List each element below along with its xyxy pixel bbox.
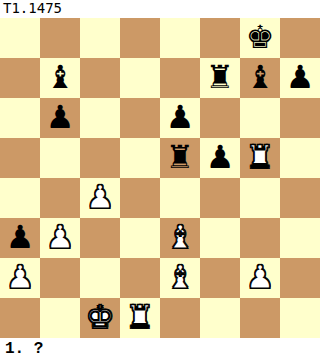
square-g8[interactable]: ♚: [240, 18, 280, 58]
square-e1[interactable]: [160, 298, 200, 338]
square-c7[interactable]: [80, 58, 120, 98]
square-g3[interactable]: [240, 218, 280, 258]
piece-black-bishop[interactable]: ♝: [246, 58, 275, 97]
piece-black-pawn[interactable]: ♟: [206, 138, 235, 177]
piece-black-bishop[interactable]: ♝: [46, 58, 75, 97]
square-h1[interactable]: [280, 298, 320, 338]
puzzle-title: T1.1475: [0, 0, 320, 18]
square-c1[interactable]: ♚: [80, 298, 120, 338]
square-h2[interactable]: [280, 258, 320, 298]
square-f2[interactable]: [200, 258, 240, 298]
piece-black-pawn[interactable]: ♟: [46, 98, 75, 137]
piece-white-bishop[interactable]: ♝: [166, 218, 195, 257]
square-a4[interactable]: [0, 178, 40, 218]
square-d4[interactable]: [120, 178, 160, 218]
square-g6[interactable]: [240, 98, 280, 138]
square-g7[interactable]: ♝: [240, 58, 280, 98]
square-e4[interactable]: [160, 178, 200, 218]
chess-puzzle-page: T1.1475 ♚♝♜♝♟♟♟♜♟♜♟♟♟♝♟♝♟♚♜ 1. ?: [0, 0, 320, 360]
square-a5[interactable]: [0, 138, 40, 178]
chess-board: ♚♝♜♝♟♟♟♜♟♜♟♟♟♝♟♝♟♚♜: [0, 18, 320, 338]
piece-black-king[interactable]: ♚: [246, 18, 275, 57]
square-b6[interactable]: ♟: [40, 98, 80, 138]
square-b4[interactable]: [40, 178, 80, 218]
square-d1[interactable]: ♜: [120, 298, 160, 338]
square-h6[interactable]: [280, 98, 320, 138]
piece-white-pawn[interactable]: ♟: [246, 258, 275, 297]
square-c6[interactable]: [80, 98, 120, 138]
square-g1[interactable]: [240, 298, 280, 338]
square-e5[interactable]: ♜: [160, 138, 200, 178]
square-d8[interactable]: [120, 18, 160, 58]
square-a3[interactable]: ♟: [0, 218, 40, 258]
piece-black-rook[interactable]: ♜: [206, 58, 235, 97]
square-a7[interactable]: [0, 58, 40, 98]
square-c5[interactable]: [80, 138, 120, 178]
square-g5[interactable]: ♜: [240, 138, 280, 178]
square-c3[interactable]: [80, 218, 120, 258]
piece-white-pawn[interactable]: ♟: [86, 178, 115, 217]
piece-black-pawn[interactable]: ♟: [6, 218, 35, 257]
square-d6[interactable]: [120, 98, 160, 138]
square-b5[interactable]: [40, 138, 80, 178]
piece-white-king[interactable]: ♚: [86, 298, 115, 337]
square-b8[interactable]: [40, 18, 80, 58]
square-d3[interactable]: [120, 218, 160, 258]
square-d5[interactable]: [120, 138, 160, 178]
square-f6[interactable]: [200, 98, 240, 138]
square-b7[interactable]: ♝: [40, 58, 80, 98]
square-d7[interactable]: [120, 58, 160, 98]
square-a8[interactable]: [0, 18, 40, 58]
square-h8[interactable]: [280, 18, 320, 58]
square-e2[interactable]: ♝: [160, 258, 200, 298]
square-a1[interactable]: [0, 298, 40, 338]
piece-white-pawn[interactable]: ♟: [6, 258, 35, 297]
square-d2[interactable]: [120, 258, 160, 298]
piece-white-bishop[interactable]: ♝: [166, 258, 195, 297]
piece-black-rook[interactable]: ♜: [166, 138, 195, 177]
square-c8[interactable]: [80, 18, 120, 58]
square-f4[interactable]: [200, 178, 240, 218]
square-g4[interactable]: [240, 178, 280, 218]
square-f7[interactable]: ♜: [200, 58, 240, 98]
square-e7[interactable]: [160, 58, 200, 98]
square-h5[interactable]: [280, 138, 320, 178]
square-f3[interactable]: [200, 218, 240, 258]
move-prompt: 1. ?: [0, 338, 320, 360]
square-f1[interactable]: [200, 298, 240, 338]
square-b2[interactable]: [40, 258, 80, 298]
square-a6[interactable]: [0, 98, 40, 138]
square-e3[interactable]: ♝: [160, 218, 200, 258]
square-h4[interactable]: [280, 178, 320, 218]
piece-black-pawn[interactable]: ♟: [286, 58, 315, 97]
square-c2[interactable]: [80, 258, 120, 298]
piece-white-pawn[interactable]: ♟: [46, 218, 75, 257]
square-f8[interactable]: [200, 18, 240, 58]
piece-white-rook[interactable]: ♜: [246, 138, 275, 177]
square-b1[interactable]: [40, 298, 80, 338]
square-h3[interactable]: [280, 218, 320, 258]
square-a2[interactable]: ♟: [0, 258, 40, 298]
square-b3[interactable]: ♟: [40, 218, 80, 258]
square-f5[interactable]: ♟: [200, 138, 240, 178]
square-g2[interactable]: ♟: [240, 258, 280, 298]
square-c4[interactable]: ♟: [80, 178, 120, 218]
square-e6[interactable]: ♟: [160, 98, 200, 138]
square-h7[interactable]: ♟: [280, 58, 320, 98]
piece-white-rook[interactable]: ♜: [126, 298, 155, 337]
square-e8[interactable]: [160, 18, 200, 58]
piece-black-pawn[interactable]: ♟: [166, 98, 195, 137]
